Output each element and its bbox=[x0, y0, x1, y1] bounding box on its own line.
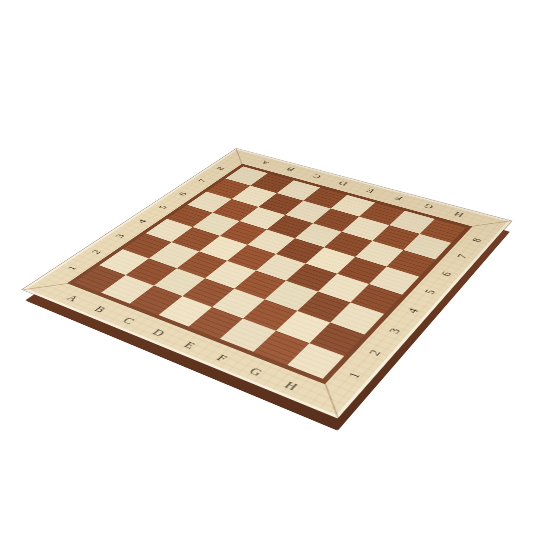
square-g3[interactable] bbox=[297, 292, 350, 323]
square-f2[interactable] bbox=[243, 299, 297, 330]
square-g5[interactable] bbox=[337, 257, 387, 284]
square-e3[interactable] bbox=[235, 271, 286, 299]
square-f3[interactable] bbox=[265, 281, 317, 311]
square-h6[interactable] bbox=[387, 250, 436, 277]
square-h5[interactable] bbox=[369, 266, 420, 294]
square-a1[interactable] bbox=[75, 265, 127, 293]
product-photo-scene: ABCDEFGH ABCDEFGH 87654321 87654321 bbox=[0, 0, 540, 540]
square-f1[interactable] bbox=[220, 318, 276, 351]
file-labels-near: ABCDEFGH bbox=[48, 285, 319, 403]
miter-seam bbox=[324, 383, 339, 419]
square-b2[interactable] bbox=[126, 258, 177, 285]
square-h4[interactable] bbox=[350, 284, 402, 314]
square-e2[interactable] bbox=[212, 288, 265, 318]
square-c1[interactable] bbox=[129, 285, 182, 315]
square-h1[interactable] bbox=[287, 343, 344, 379]
miter-seam bbox=[471, 221, 512, 227]
square-d3[interactable] bbox=[205, 261, 256, 288]
board-surface: ABCDEFGH ABCDEFGH 87654321 87654321 bbox=[23, 149, 512, 419]
square-f4[interactable] bbox=[286, 264, 337, 292]
square-h3[interactable] bbox=[330, 303, 384, 335]
square-b1[interactable] bbox=[101, 275, 153, 304]
square-c2[interactable] bbox=[154, 268, 205, 296]
square-g2[interactable] bbox=[276, 310, 331, 342]
square-e1[interactable] bbox=[189, 307, 244, 339]
square-g1[interactable] bbox=[253, 330, 309, 365]
miter-seam bbox=[23, 283, 69, 290]
square-g4[interactable] bbox=[317, 274, 368, 303]
chess-board: ABCDEFGH ABCDEFGH 87654321 87654321 bbox=[23, 149, 512, 419]
square-h2[interactable] bbox=[309, 322, 364, 356]
square-d1[interactable] bbox=[158, 296, 212, 327]
rank-labels-right: 87654321 bbox=[328, 229, 498, 394]
square-e4[interactable] bbox=[256, 254, 306, 281]
square-d2[interactable] bbox=[182, 278, 234, 307]
miter-seam bbox=[236, 149, 243, 165]
